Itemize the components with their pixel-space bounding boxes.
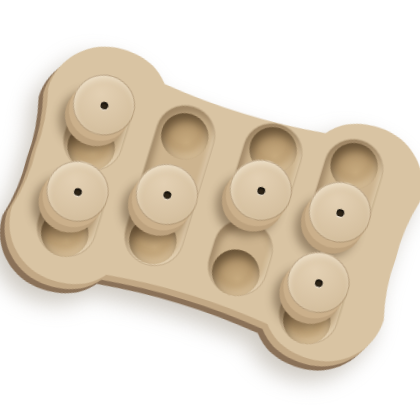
sliding-disc[interactable]	[280, 244, 358, 321]
bone-board	[0, 18, 420, 389]
slide-tracks-layer	[0, 18, 420, 389]
product-photo-scene	[0, 0, 420, 420]
sliding-disc[interactable]	[65, 67, 143, 144]
